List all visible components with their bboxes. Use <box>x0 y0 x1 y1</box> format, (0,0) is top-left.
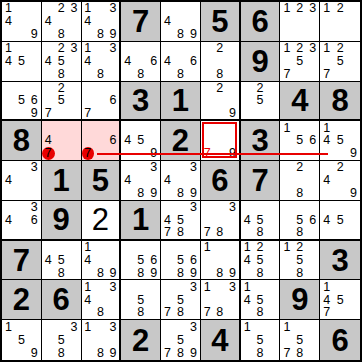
candidate-grid: 1489 <box>82 241 120 280</box>
given-digit: 6 <box>211 165 228 196</box>
cell-r5c3[interactable]: 5 <box>82 161 122 201</box>
cell-r5c5[interactable]: 3489 <box>161 161 201 201</box>
candidate-8: 8 <box>293 226 306 239</box>
cell-r3c8[interactable]: 4 <box>280 82 320 122</box>
candidate-1: 1 <box>2 2 15 15</box>
candidate-8: 8 <box>293 267 306 280</box>
candidate-grid: 1348 <box>82 42 120 81</box>
candidate-8: 8 <box>55 267 68 280</box>
candidate-4: 4 <box>42 254 55 267</box>
candidate-4: 4 <box>82 55 95 68</box>
candidate-8: 8 <box>174 267 187 280</box>
candidate-3: 3 <box>107 320 120 333</box>
candidate-3: 3 <box>68 320 81 333</box>
candidate-5: 5 <box>174 254 187 267</box>
candidate-8: 8 <box>213 267 226 280</box>
cell-r9c5[interactable]: 35789 <box>161 320 201 360</box>
candidate-6: 6 <box>187 254 200 267</box>
given-digit: 7 <box>132 6 149 37</box>
cell-r7c4[interactable]: 5689 <box>121 241 161 281</box>
cell-r9c7[interactable]: 158 <box>241 320 281 360</box>
candidate-3: 3 <box>187 320 200 333</box>
cell-r5c9[interactable]: 249 <box>320 161 360 201</box>
cell-r3c1[interactable]: 569 <box>2 82 42 122</box>
solved-digit: 2 <box>92 204 109 235</box>
cell-r4c9[interactable]: 1459 <box>320 121 360 161</box>
given-digit: 3 <box>331 245 348 276</box>
candidate-grid: 23458 <box>42 42 81 81</box>
given-digit: 3 <box>251 125 268 156</box>
given-digit: 2 <box>132 325 149 356</box>
cell-r8c9[interactable]: 1457 <box>320 280 360 320</box>
candidate-grid: 249 <box>320 161 360 200</box>
candidate-grid: 569 <box>2 82 41 120</box>
cell-r6c9[interactable]: 45 <box>320 201 360 241</box>
cell-r4c4[interactable]: 459 <box>121 121 161 161</box>
candidate-grid: 358 <box>42 320 81 360</box>
candidate-1: 1 <box>241 320 254 333</box>
given-digit: 8 <box>13 125 30 156</box>
candidate-7: 7 <box>42 107 55 120</box>
candidate-4: 4 <box>42 55 55 68</box>
candidate-grid: 28 <box>280 161 319 200</box>
candidate-grid: 189 <box>201 241 239 280</box>
cell-r9c3[interactable]: 1389 <box>82 320 122 360</box>
given-digit: 1 <box>132 204 149 235</box>
candidate-grid: 459 <box>121 121 160 160</box>
candidate-5: 5 <box>55 254 68 267</box>
candidate-3: 3 <box>107 42 120 55</box>
candidate-grid: 1578 <box>280 320 319 360</box>
cell-r8c6[interactable]: 1378 <box>201 280 241 320</box>
candidate-8: 8 <box>174 28 187 41</box>
candidate-5: 5 <box>293 55 306 68</box>
given-digit: 4 <box>291 85 308 116</box>
cell-r9c9[interactable]: 6 <box>320 320 360 360</box>
cell-r4c1[interactable]: 8 <box>2 121 42 161</box>
candidate-grid: 35789 <box>161 320 200 360</box>
candidate-1: 1 <box>82 280 95 293</box>
cell-r6c6[interactable]: 378 <box>201 201 241 241</box>
candidate-5: 5 <box>293 254 306 267</box>
candidate-8: 8 <box>55 28 68 41</box>
candidate-8: 8 <box>174 306 187 319</box>
candidate-4: 4 <box>161 174 174 187</box>
candidate-5: 5 <box>333 55 346 68</box>
candidate-8: 8 <box>293 347 306 360</box>
candidate-grid: 25 <box>241 82 280 120</box>
candidate-8: 8 <box>254 306 267 319</box>
candidate-9: 9 <box>226 107 239 120</box>
candidate-1: 1 <box>82 241 95 254</box>
cell-r2c9[interactable]: 1257 <box>320 42 360 82</box>
candidate-3: 3 <box>226 201 239 214</box>
cell-r8c1[interactable]: 2 <box>2 280 42 320</box>
cell-r6c1[interactable]: 346 <box>2 201 42 241</box>
candidate-3: 3 <box>68 2 81 15</box>
candidate-grid: 149 <box>2 2 41 41</box>
candidate-2: 2 <box>55 42 68 55</box>
candidate-9: 9 <box>107 28 120 41</box>
given-digit: 2 <box>13 284 30 315</box>
candidate-1: 1 <box>320 280 333 293</box>
candidate-6: 6 <box>28 213 41 226</box>
cell-r3c9[interactable]: 8 <box>320 82 360 122</box>
candidate-2: 2 <box>213 42 226 55</box>
candidate-3: 3 <box>187 201 200 214</box>
candidate-4: 4 <box>2 15 15 28</box>
candidate-grid: 257 <box>42 82 81 120</box>
candidate-3: 3 <box>306 42 319 55</box>
candidate-grid: 156 <box>280 121 319 160</box>
cell-r7c3[interactable]: 1489 <box>82 241 122 281</box>
candidate-8: 8 <box>213 68 226 81</box>
candidate-1: 1 <box>280 2 293 15</box>
candidate-grid: 3578 <box>161 280 200 319</box>
cell-r7c8[interactable]: 1258 <box>280 241 320 281</box>
candidate-7: 7 <box>201 306 214 319</box>
cell-r2c3[interactable]: 1348 <box>82 42 122 82</box>
cell-r1c8[interactable]: 123 <box>280 2 320 42</box>
candidate-grid: 468 <box>121 42 160 81</box>
candidate-1: 1 <box>201 280 214 293</box>
candidate-2: 2 <box>333 42 346 55</box>
candidate-2: 2 <box>293 241 306 254</box>
cell-r3c5[interactable]: 1 <box>161 82 201 122</box>
candidate-9: 9 <box>147 187 160 200</box>
candidate-9: 9 <box>107 267 120 280</box>
cell-r9c1[interactable]: 159 <box>2 320 42 360</box>
candidate-5: 5 <box>15 333 28 346</box>
cell-r9c6[interactable]: 4 <box>201 320 241 360</box>
candidate-5: 5 <box>254 333 267 346</box>
candidate-4: 4 <box>2 55 15 68</box>
candidate-3: 3 <box>107 2 120 15</box>
candidate-7: 7 <box>280 68 293 81</box>
candidate-grid: 28 <box>201 42 239 81</box>
candidate-grid: 1457 <box>320 280 360 319</box>
cell-r3c2[interactable]: 257 <box>42 82 82 122</box>
cell-r4c2[interactable]: 47 <box>42 121 82 161</box>
cell-r5c6[interactable]: 6 <box>201 161 241 201</box>
candidate-9: 9 <box>28 347 41 360</box>
candidate-4: 4 <box>161 55 174 68</box>
candidate-5: 5 <box>134 134 147 147</box>
candidate-1: 1 <box>320 42 333 55</box>
candidate-2: 2 <box>55 2 68 15</box>
given-digit: 1 <box>172 85 189 116</box>
candidate-4: 4 <box>82 15 95 28</box>
cell-r1c7[interactable]: 6 <box>241 2 281 42</box>
candidate-grid: 45 <box>320 201 360 239</box>
candidate-4: 4 <box>320 174 333 187</box>
candidate-8: 8 <box>94 267 107 280</box>
candidate-8: 8 <box>94 347 107 360</box>
given-digit: 3 <box>132 85 149 116</box>
cell-r5c8[interactable]: 28 <box>280 161 320 201</box>
candidate-4: 4 <box>2 213 15 226</box>
candidate-9: 9 <box>147 267 160 280</box>
candidate-3: 3 <box>28 201 41 214</box>
cell-r6c8[interactable]: 568 <box>280 201 320 241</box>
candidate-6: 6 <box>107 134 120 147</box>
cell-r2c6[interactable]: 28 <box>201 42 241 82</box>
candidate-4: 4 <box>2 174 15 187</box>
cell-r5c7[interactable]: 7 <box>241 161 281 201</box>
cell-r9c8[interactable]: 1578 <box>280 320 320 360</box>
candidate-9: 9 <box>347 187 360 200</box>
candidate-8: 8 <box>94 306 107 319</box>
candidate-7: 7 <box>161 306 174 319</box>
candidate-1: 1 <box>320 2 333 15</box>
candidate-grid: 5689 <box>161 241 200 280</box>
cell-r1c9[interactable]: 12 <box>320 2 360 42</box>
candidate-3: 3 <box>107 280 120 293</box>
cell-r7c9[interactable]: 3 <box>320 241 360 281</box>
candidate-4: 4 <box>241 293 254 306</box>
cell-r8c5[interactable]: 3578 <box>161 280 201 320</box>
candidate-9: 9 <box>147 147 160 160</box>
cell-r2c8[interactable]: 12357 <box>280 42 320 82</box>
cell-r9c4[interactable]: 2 <box>121 320 161 360</box>
candidate-7: 7 <box>320 68 333 81</box>
candidate-3: 3 <box>226 280 239 293</box>
given-digit: 9 <box>291 284 308 315</box>
candidate-3: 3 <box>187 161 200 174</box>
cell-r1c2[interactable]: 2348 <box>42 2 82 42</box>
candidate-6: 6 <box>147 55 160 68</box>
candidate-grid: 3489 <box>121 161 160 200</box>
candidate-8: 8 <box>293 187 306 200</box>
candidate-6: 6 <box>147 254 160 267</box>
given-digit: 9 <box>251 46 268 77</box>
candidate-7: 7 <box>201 226 214 239</box>
cell-r8c8[interactable]: 9 <box>280 280 320 320</box>
cell-r7c2[interactable]: 458 <box>42 241 82 281</box>
candidate-2: 2 <box>293 161 306 174</box>
given-digit: 5 <box>92 165 109 196</box>
candidate-grid: 346 <box>2 201 41 239</box>
candidate-2: 2 <box>293 2 306 15</box>
given-digit: 6 <box>251 6 268 37</box>
cell-r2c5[interactable]: 468 <box>161 42 201 82</box>
candidate-4: 4 <box>241 213 254 226</box>
candidate-7: 7 <box>320 306 333 319</box>
cell-r4c3[interactable]: 67 <box>82 121 122 161</box>
candidate-2: 2 <box>293 42 306 55</box>
candidate-8: 8 <box>213 306 226 319</box>
candidate-6: 6 <box>306 134 319 147</box>
candidate-3: 3 <box>306 2 319 15</box>
cell-r4c8[interactable]: 156 <box>280 121 320 161</box>
cell-r5c4[interactable]: 3489 <box>121 161 161 201</box>
candidate-grid: 489 <box>161 2 200 41</box>
cell-r6c3[interactable]: 2 <box>82 201 122 241</box>
candidate-3: 3 <box>187 280 200 293</box>
candidate-6: 6 <box>28 94 41 107</box>
sudoku-board: 1492348134897489561231214523458134846846… <box>0 0 362 362</box>
candidate-5: 5 <box>55 55 68 68</box>
cell-r7c5[interactable]: 5689 <box>161 241 201 281</box>
candidate-1: 1 <box>241 280 254 293</box>
candidate-8: 8 <box>213 226 226 239</box>
cell-r1c6[interactable]: 5 <box>201 2 241 42</box>
cell-r4c6[interactable]: 79 <box>201 121 241 161</box>
candidate-grid: 1389 <box>82 320 120 360</box>
given-digit: 9 <box>53 204 70 235</box>
candidate-1: 1 <box>280 241 293 254</box>
candidate-8: 8 <box>174 187 187 200</box>
cell-r5c1[interactable]: 34 <box>2 161 42 201</box>
candidate-4: 4 <box>121 174 134 187</box>
candidate-4: 4 <box>320 134 333 147</box>
candidate-2: 2 <box>213 82 226 95</box>
candidate-8: 8 <box>134 68 147 81</box>
candidate-8: 8 <box>134 306 147 319</box>
candidate-8: 8 <box>55 68 68 81</box>
candidate-5: 5 <box>333 293 346 306</box>
given-digit: 6 <box>331 325 348 356</box>
candidate-6: 6 <box>306 213 319 226</box>
candidate-grid: 458 <box>42 241 81 280</box>
candidate-1: 1 <box>82 42 95 55</box>
candidate-9: 9 <box>226 267 239 280</box>
candidate-grid: 67 <box>82 121 120 160</box>
candidate-9: 9 <box>28 107 41 120</box>
cell-r3c3[interactable]: 67 <box>82 82 122 122</box>
given-digit: 5 <box>211 6 228 37</box>
given-digit: 7 <box>13 245 30 276</box>
candidate-9: 9 <box>226 147 239 160</box>
candidate-5: 5 <box>254 293 267 306</box>
candidate-8: 8 <box>94 28 107 41</box>
candidate-5: 5 <box>293 134 306 147</box>
cell-r2c1[interactable]: 145 <box>2 42 42 82</box>
cell-r7c7[interactable]: 12458 <box>241 241 281 281</box>
cell-r7c1[interactable]: 7 <box>2 241 42 281</box>
candidate-grid: 1458 <box>241 280 280 319</box>
candidate-1: 1 <box>320 121 333 134</box>
candidate-grid: 67 <box>82 82 120 120</box>
cell-r6c7[interactable]: 458 <box>241 201 281 241</box>
candidate-grid: 3489 <box>161 161 200 200</box>
cell-r2c2[interactable]: 23458 <box>42 42 82 82</box>
candidate-1: 1 <box>280 121 293 134</box>
given-digit: 6 <box>53 284 70 315</box>
candidate-grid: 12 <box>320 2 360 41</box>
candidate-8: 8 <box>134 187 147 200</box>
given-digit: 1 <box>53 165 70 196</box>
candidate-grid: 29 <box>201 82 239 120</box>
candidate-7: 7 <box>82 147 95 160</box>
candidate-1: 1 <box>82 320 95 333</box>
candidate-6: 6 <box>107 94 120 107</box>
candidate-5: 5 <box>15 94 28 107</box>
candidate-grid: 123 <box>280 2 319 41</box>
candidate-5: 5 <box>333 213 346 226</box>
candidate-7: 7 <box>42 147 55 160</box>
candidate-3: 3 <box>147 161 160 174</box>
cell-r4c7[interactable]: 3 <box>241 121 281 161</box>
candidate-8: 8 <box>174 226 187 239</box>
candidate-3: 3 <box>68 42 81 55</box>
given-digit: 7 <box>251 165 268 196</box>
cell-r3c4[interactable]: 3 <box>121 82 161 122</box>
candidate-1: 1 <box>201 241 214 254</box>
cell-r8c4[interactable]: 58 <box>121 280 161 320</box>
candidate-grid: 1348 <box>82 280 120 319</box>
cell-r9c2[interactable]: 358 <box>42 320 82 360</box>
candidate-7: 7 <box>280 347 293 360</box>
cell-r6c2[interactable]: 9 <box>42 201 82 241</box>
candidate-4: 4 <box>320 293 333 306</box>
candidate-1: 1 <box>82 2 95 15</box>
candidate-5: 5 <box>333 134 346 147</box>
cell-r2c7[interactable]: 9 <box>241 42 281 82</box>
candidate-8: 8 <box>254 267 267 280</box>
cell-r2c4[interactable]: 468 <box>121 42 161 82</box>
candidate-3: 3 <box>28 161 41 174</box>
candidate-8: 8 <box>94 68 107 81</box>
candidate-4: 4 <box>82 293 95 306</box>
candidate-grid: 1459 <box>320 121 360 160</box>
candidate-4: 4 <box>121 55 134 68</box>
cell-r1c5[interactable]: 489 <box>161 2 201 42</box>
candidate-9: 9 <box>28 28 41 41</box>
cell-r1c3[interactable]: 13489 <box>82 2 122 42</box>
given-digit: 4 <box>211 325 228 356</box>
candidate-4: 4 <box>42 15 55 28</box>
candidate-grid: 145 <box>2 42 41 81</box>
candidate-1: 1 <box>280 42 293 55</box>
candidate-4: 4 <box>241 254 254 267</box>
candidate-8: 8 <box>254 347 267 360</box>
candidate-grid: 158 <box>241 320 280 360</box>
candidate-5: 5 <box>174 333 187 346</box>
candidate-9: 9 <box>187 28 200 41</box>
candidate-9: 9 <box>107 347 120 360</box>
cell-r4c5[interactable]: 2 <box>161 121 201 161</box>
cell-r1c1[interactable]: 149 <box>2 2 42 42</box>
cell-r8c2[interactable]: 6 <box>42 280 82 320</box>
cell-r6c4[interactable]: 1 <box>121 201 161 241</box>
cell-r3c7[interactable]: 25 <box>241 82 281 122</box>
cell-r3c6[interactable]: 29 <box>201 82 241 122</box>
candidate-grid: 34578 <box>161 201 200 239</box>
cell-r8c7[interactable]: 1458 <box>241 280 281 320</box>
cell-r1c4[interactable]: 7 <box>121 2 161 42</box>
candidate-9: 9 <box>347 147 360 160</box>
cell-r7c6[interactable]: 189 <box>201 241 241 281</box>
candidate-grid: 47 <box>42 121 81 160</box>
candidate-7: 7 <box>82 107 95 120</box>
candidate-5: 5 <box>55 94 68 107</box>
candidate-8: 8 <box>174 68 187 81</box>
candidate-grid: 5689 <box>121 241 160 280</box>
given-digit: 8 <box>331 85 348 116</box>
cell-r6c5[interactable]: 34578 <box>161 201 201 241</box>
cell-r5c2[interactable]: 1 <box>42 161 82 201</box>
candidate-5: 5 <box>254 94 267 107</box>
candidate-grid: 34 <box>2 161 41 200</box>
cell-r8c3[interactable]: 1348 <box>82 280 122 320</box>
candidate-grid: 13489 <box>82 2 120 41</box>
candidate-grid: 568 <box>280 201 319 239</box>
candidate-8: 8 <box>254 226 267 239</box>
candidate-grid: 1257 <box>320 42 360 81</box>
candidate-6: 6 <box>187 55 200 68</box>
candidate-5: 5 <box>55 333 68 346</box>
